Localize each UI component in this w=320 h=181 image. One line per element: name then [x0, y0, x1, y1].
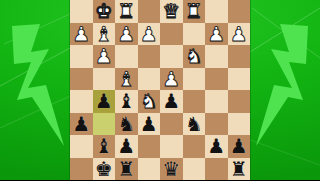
square-d5[interactable]: ♟: [160, 90, 183, 113]
square-g8[interactable]: ♚: [93, 158, 116, 181]
piece-white-rook[interactable]: ♜: [183, 0, 206, 23]
piece-white-pawn[interactable]: ♟: [160, 68, 183, 91]
square-d7[interactable]: [160, 135, 183, 158]
square-g5[interactable]: ♟: [93, 90, 116, 113]
square-e3[interactable]: [138, 45, 161, 68]
square-h6[interactable]: ♟: [70, 113, 93, 136]
square-a3[interactable]: [228, 45, 251, 68]
square-g3[interactable]: ♟: [93, 45, 116, 68]
square-e6[interactable]: ♟: [138, 113, 161, 136]
piece-black-pawn[interactable]: ♟: [93, 90, 116, 113]
square-g2[interactable]: ♝: [93, 23, 116, 46]
piece-white-pawn[interactable]: ♟: [228, 23, 251, 46]
square-a2[interactable]: ♟: [228, 23, 251, 46]
square-c7[interactable]: [183, 135, 206, 158]
square-c1[interactable]: ♜: [183, 0, 206, 23]
square-h5[interactable]: [70, 90, 93, 113]
square-h3[interactable]: [70, 45, 93, 68]
square-h2[interactable]: ♟: [70, 23, 93, 46]
square-a4[interactable]: [228, 68, 251, 91]
square-e4[interactable]: [138, 68, 161, 91]
piece-black-pawn[interactable]: ♟: [160, 90, 183, 113]
piece-black-king[interactable]: ♚: [93, 158, 116, 181]
square-a5[interactable]: [228, 90, 251, 113]
square-b3[interactable]: [205, 45, 228, 68]
piece-black-pawn[interactable]: ♟: [70, 113, 93, 136]
square-f1[interactable]: ♜: [115, 0, 138, 23]
square-b2[interactable]: ♟: [205, 23, 228, 46]
chess-board: ♚♜♛♜♟♝♟♟♟♟♟♞♝♟♟♝♞♟♟♞♟♞♝♟♟♟♚♜♛♜: [70, 0, 250, 180]
piece-white-bishop[interactable]: ♝: [115, 68, 138, 91]
square-h4[interactable]: [70, 68, 93, 91]
piece-white-pawn[interactable]: ♟: [115, 23, 138, 46]
piece-black-rook[interactable]: ♜: [228, 158, 251, 181]
piece-black-pawn[interactable]: ♟: [138, 113, 161, 136]
piece-black-queen[interactable]: ♛: [160, 158, 183, 181]
square-b4[interactable]: [205, 68, 228, 91]
square-b6[interactable]: [205, 113, 228, 136]
square-d1[interactable]: ♛: [160, 0, 183, 23]
square-b8[interactable]: [205, 158, 228, 181]
square-f8[interactable]: ♜: [115, 158, 138, 181]
square-b7[interactable]: ♟: [205, 135, 228, 158]
square-a6[interactable]: [228, 113, 251, 136]
square-b5[interactable]: [205, 90, 228, 113]
piece-white-pawn[interactable]: ♟: [70, 23, 93, 46]
square-b1[interactable]: [205, 0, 228, 23]
thumbnail-stage: ♚♜♛♜♟♝♟♟♟♟♟♞♝♟♟♝♞♟♟♞♟♞♝♟♟♟♚♜♛♜: [0, 0, 320, 180]
square-d3[interactable]: [160, 45, 183, 68]
square-e7[interactable]: [138, 135, 161, 158]
square-g4[interactable]: [93, 68, 116, 91]
square-h1[interactable]: [70, 0, 93, 23]
square-c3[interactable]: ♞: [183, 45, 206, 68]
square-d8[interactable]: ♛: [160, 158, 183, 181]
piece-black-pawn[interactable]: ♟: [205, 135, 228, 158]
piece-white-pawn[interactable]: ♟: [205, 23, 228, 46]
piece-white-knight[interactable]: ♞: [183, 45, 206, 68]
square-a1[interactable]: [228, 0, 251, 23]
piece-white-bishop[interactable]: ♝: [93, 23, 116, 46]
square-d4[interactable]: ♟: [160, 68, 183, 91]
piece-white-king[interactable]: ♚: [93, 0, 116, 23]
piece-white-pawn[interactable]: ♟: [93, 45, 116, 68]
square-d6[interactable]: [160, 113, 183, 136]
square-g7[interactable]: ♝: [93, 135, 116, 158]
piece-white-rook[interactable]: ♜: [115, 0, 138, 23]
square-a7[interactable]: ♟: [228, 135, 251, 158]
piece-black-knight[interactable]: ♞: [115, 113, 138, 136]
piece-black-bishop[interactable]: ♝: [93, 135, 116, 158]
piece-black-pawn[interactable]: ♟: [228, 135, 251, 158]
piece-white-knight[interactable]: ♞: [138, 90, 161, 113]
square-g6[interactable]: [93, 113, 116, 136]
piece-black-bishop[interactable]: ♝: [115, 90, 138, 113]
square-e1[interactable]: [138, 0, 161, 23]
lightning-bolt-left-icon: [0, 0, 70, 180]
square-f2[interactable]: ♟: [115, 23, 138, 46]
square-g1[interactable]: ♚: [93, 0, 116, 23]
square-f3[interactable]: [115, 45, 138, 68]
square-c6[interactable]: ♞: [183, 113, 206, 136]
square-e5[interactable]: ♞: [138, 90, 161, 113]
piece-white-queen[interactable]: ♛: [160, 0, 183, 23]
square-e8[interactable]: [138, 158, 161, 181]
square-h8[interactable]: [70, 158, 93, 181]
lightning-bolt-right-icon: [250, 0, 320, 180]
piece-black-rook[interactable]: ♜: [115, 158, 138, 181]
square-d2[interactable]: [160, 23, 183, 46]
square-a8[interactable]: ♜: [228, 158, 251, 181]
square-c8[interactable]: [183, 158, 206, 181]
square-c5[interactable]: [183, 90, 206, 113]
square-c4[interactable]: [183, 68, 206, 91]
square-e2[interactable]: ♟: [138, 23, 161, 46]
piece-black-pawn[interactable]: ♟: [115, 135, 138, 158]
square-c2[interactable]: [183, 23, 206, 46]
piece-white-pawn[interactable]: ♟: [138, 23, 161, 46]
square-f7[interactable]: ♟: [115, 135, 138, 158]
square-h7[interactable]: [70, 135, 93, 158]
piece-black-knight[interactable]: ♞: [183, 113, 206, 136]
square-f6[interactable]: ♞: [115, 113, 138, 136]
square-f4[interactable]: ♝: [115, 68, 138, 91]
square-f5[interactable]: ♝: [115, 90, 138, 113]
